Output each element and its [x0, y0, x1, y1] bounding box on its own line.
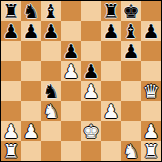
square-b2[interactable]: ♟ [21, 121, 41, 141]
square-a3[interactable] [1, 101, 21, 121]
black-bishop[interactable]: ♝ [122, 21, 139, 41]
square-h4[interactable]: ♛ [141, 81, 161, 101]
white-pawn[interactable]: ♟ [142, 121, 159, 141]
square-c6[interactable] [41, 41, 61, 61]
square-g6[interactable]: ♟ [121, 41, 141, 61]
square-g4[interactable] [121, 81, 141, 101]
square-f4[interactable] [101, 81, 121, 101]
square-d2[interactable] [61, 121, 81, 141]
square-b1[interactable] [21, 141, 41, 161]
square-a5[interactable] [1, 61, 21, 81]
white-rook[interactable]: ♜ [2, 141, 19, 161]
square-a6[interactable] [1, 41, 21, 61]
black-pawn[interactable]: ♟ [122, 41, 139, 61]
white-pawn[interactable]: ♟ [62, 61, 79, 81]
square-h1[interactable]: ♜ [141, 141, 161, 161]
white-pawn[interactable]: ♟ [102, 101, 119, 121]
square-c1[interactable] [41, 141, 61, 161]
white-pawn[interactable]: ♟ [82, 81, 99, 101]
square-d8[interactable] [61, 1, 81, 21]
square-e6[interactable] [81, 41, 101, 61]
square-f2[interactable] [101, 121, 121, 141]
square-a2[interactable]: ♟ [1, 121, 21, 141]
square-g1[interactable]: ♞ [121, 141, 141, 161]
white-pawn[interactable]: ♟ [2, 121, 19, 141]
square-b5[interactable] [21, 61, 41, 81]
square-c5[interactable] [41, 61, 61, 81]
square-e7[interactable] [81, 21, 101, 41]
square-a8[interactable]: ♜ [1, 1, 21, 21]
square-h5[interactable] [141, 61, 161, 81]
square-e4[interactable]: ♟ [81, 81, 101, 101]
square-h2[interactable]: ♟ [141, 121, 161, 141]
black-king[interactable]: ♚ [122, 1, 139, 21]
black-pawn[interactable]: ♟ [102, 21, 119, 41]
square-a4[interactable] [1, 81, 21, 101]
square-b8[interactable]: ♞ [21, 1, 41, 21]
square-d6[interactable]: ♟ [61, 41, 81, 61]
square-h7[interactable]: ♟ [141, 21, 161, 41]
square-f6[interactable] [101, 41, 121, 61]
square-b7[interactable]: ♟ [21, 21, 41, 41]
square-f3[interactable]: ♟ [101, 101, 121, 121]
square-g2[interactable] [121, 121, 141, 141]
square-d1[interactable] [61, 141, 81, 161]
square-g5[interactable] [121, 61, 141, 81]
square-e8[interactable] [81, 1, 101, 21]
square-a7[interactable]: ♟ [1, 21, 21, 41]
black-pawn[interactable]: ♟ [2, 21, 19, 41]
square-h3[interactable] [141, 101, 161, 121]
square-d7[interactable] [61, 21, 81, 41]
square-h6[interactable] [141, 41, 161, 61]
black-knight[interactable]: ♞ [22, 1, 39, 21]
square-e2[interactable]: ♚ [81, 121, 101, 141]
square-d5[interactable]: ♟ [61, 61, 81, 81]
square-c8[interactable]: ♝ [41, 1, 61, 21]
black-bishop[interactable]: ♝ [42, 1, 59, 21]
chess-board: ♜♞♝♜♚♟♟♟♟♝♟♟♟♟♟♞♟♛♞♟♟♟♚♟♜♞♜ [0, 0, 162, 162]
square-g7[interactable]: ♝ [121, 21, 141, 41]
black-pawn[interactable]: ♟ [142, 21, 159, 41]
black-knight[interactable]: ♞ [42, 81, 59, 101]
white-knight[interactable]: ♞ [122, 141, 139, 161]
square-e5[interactable]: ♟ [81, 61, 101, 81]
square-f8[interactable]: ♜ [101, 1, 121, 21]
square-g8[interactable]: ♚ [121, 1, 141, 21]
square-b3[interactable] [21, 101, 41, 121]
square-b6[interactable] [21, 41, 41, 61]
square-f7[interactable]: ♟ [101, 21, 121, 41]
square-c2[interactable] [41, 121, 61, 141]
black-rook[interactable]: ♜ [102, 1, 119, 21]
square-h8[interactable] [141, 1, 161, 21]
square-g3[interactable] [121, 101, 141, 121]
white-knight[interactable]: ♞ [42, 101, 59, 121]
black-pawn[interactable]: ♟ [62, 41, 79, 61]
black-pawn[interactable]: ♟ [42, 21, 59, 41]
black-rook[interactable]: ♜ [2, 1, 19, 21]
square-d4[interactable] [61, 81, 81, 101]
square-c3[interactable]: ♞ [41, 101, 61, 121]
square-a1[interactable]: ♜ [1, 141, 21, 161]
square-f5[interactable] [101, 61, 121, 81]
square-c7[interactable]: ♟ [41, 21, 61, 41]
black-pawn[interactable]: ♟ [82, 61, 99, 81]
white-rook[interactable]: ♜ [142, 141, 159, 161]
black-pawn[interactable]: ♟ [22, 21, 39, 41]
white-queen[interactable]: ♛ [142, 81, 159, 101]
square-e1[interactable] [81, 141, 101, 161]
white-pawn[interactable]: ♟ [22, 121, 39, 141]
square-c4[interactable]: ♞ [41, 81, 61, 101]
square-b4[interactable] [21, 81, 41, 101]
square-e3[interactable] [81, 101, 101, 121]
square-f1[interactable] [101, 141, 121, 161]
white-king[interactable]: ♚ [82, 121, 99, 141]
square-d3[interactable] [61, 101, 81, 121]
